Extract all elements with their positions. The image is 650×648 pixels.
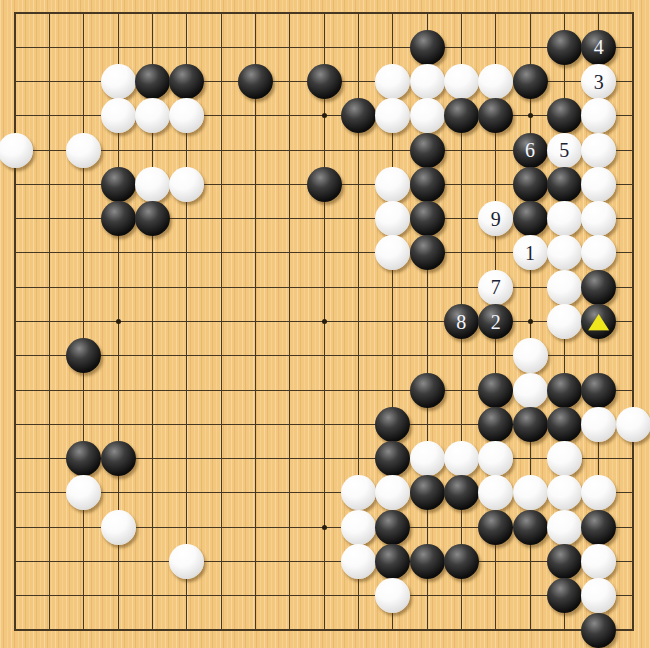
stone-R10 xyxy=(547,304,582,339)
move-number-label: 9 xyxy=(491,209,501,229)
stone-P6 xyxy=(478,441,513,476)
stone-N5 xyxy=(410,475,445,510)
stone-S7 xyxy=(581,407,616,442)
stone-Q13 xyxy=(513,201,548,236)
stone-O6 xyxy=(444,441,479,476)
stone-K17 xyxy=(307,64,342,99)
stone-O17 xyxy=(444,64,479,99)
stone-N12 xyxy=(410,235,445,270)
stone-P4 xyxy=(478,510,513,545)
stone-N3 xyxy=(410,544,445,579)
grid-line-horizontal xyxy=(14,595,634,596)
stone-R14 xyxy=(547,167,582,202)
stone-E16 xyxy=(135,98,170,133)
stone-O3 xyxy=(444,544,479,579)
stone-D4 xyxy=(101,510,136,545)
stone-R3 xyxy=(547,544,582,579)
stone-N18 xyxy=(410,30,445,65)
stone-F17 xyxy=(169,64,204,99)
stone-M17 xyxy=(375,64,410,99)
stone-P7 xyxy=(478,407,513,442)
stone-M3 xyxy=(375,544,410,579)
star-point xyxy=(528,319,533,324)
stone-R7 xyxy=(547,407,582,442)
stone-M12 xyxy=(375,235,410,270)
stone-D14 xyxy=(101,167,136,202)
star-point xyxy=(322,319,327,324)
stone-S10 xyxy=(581,304,616,339)
move-number-label: 2 xyxy=(491,312,501,332)
stone-L3 xyxy=(341,544,376,579)
stone-S8 xyxy=(581,373,616,408)
stone-N14 xyxy=(410,167,445,202)
stone-E14 xyxy=(135,167,170,202)
stone-N17 xyxy=(410,64,445,99)
stone-P16 xyxy=(478,98,513,133)
stone-O16 xyxy=(444,98,479,133)
stone-M14 xyxy=(375,167,410,202)
stone-D16 xyxy=(101,98,136,133)
stone-M4 xyxy=(375,510,410,545)
stone-E17 xyxy=(135,64,170,99)
stone-C9 xyxy=(66,338,101,373)
stone-R8 xyxy=(547,373,582,408)
stone-N16 xyxy=(410,98,445,133)
stone-R11 xyxy=(547,270,582,305)
stone-Q7 xyxy=(513,407,548,442)
stone-L5 xyxy=(341,475,376,510)
stone-Q4 xyxy=(513,510,548,545)
star-point xyxy=(322,113,327,118)
last-move-triangle-marker xyxy=(587,313,611,331)
stone-S15 xyxy=(581,133,616,168)
stone-O5 xyxy=(444,475,479,510)
move-number-label: 3 xyxy=(594,72,604,92)
stone-S1 xyxy=(581,613,616,648)
stone-E13 xyxy=(135,201,170,236)
stone-R16 xyxy=(547,98,582,133)
move-5-stone-R15: 5 xyxy=(547,133,582,168)
stone-R2 xyxy=(547,578,582,613)
grid-line-horizontal xyxy=(14,629,634,631)
stone-C15 xyxy=(66,133,101,168)
stone-S12 xyxy=(581,235,616,270)
stone-S16 xyxy=(581,98,616,133)
stone-N6 xyxy=(410,441,445,476)
stone-S13 xyxy=(581,201,616,236)
move-number-label: 5 xyxy=(559,140,569,160)
stone-Q5 xyxy=(513,475,548,510)
stone-Q17 xyxy=(513,64,548,99)
move-8-stone-O10: 8 xyxy=(444,304,479,339)
stone-S4 xyxy=(581,510,616,545)
move-9-stone-P13: 9 xyxy=(478,201,513,236)
stone-F14 xyxy=(169,167,204,202)
stone-C6 xyxy=(66,441,101,476)
stone-S5 xyxy=(581,475,616,510)
stone-R13 xyxy=(547,201,582,236)
move-4-stone-S18: 4 xyxy=(581,30,616,65)
move-number-label: 8 xyxy=(456,312,466,332)
stone-M13 xyxy=(375,201,410,236)
stone-M2 xyxy=(375,578,410,613)
stone-R6 xyxy=(547,441,582,476)
move-6-stone-Q15: 6 xyxy=(513,133,548,168)
stone-R4 xyxy=(547,510,582,545)
move-7-stone-P11: 7 xyxy=(478,270,513,305)
move-2-stone-P10: 2 xyxy=(478,304,513,339)
star-point xyxy=(116,319,121,324)
stone-S2 xyxy=(581,578,616,613)
stone-S14 xyxy=(581,167,616,202)
stone-Q8 xyxy=(513,373,548,408)
stone-C5 xyxy=(66,475,101,510)
move-number-label: 7 xyxy=(491,277,501,297)
stone-N13 xyxy=(410,201,445,236)
move-3-stone-S17: 3 xyxy=(581,64,616,99)
stone-L4 xyxy=(341,510,376,545)
stone-S3 xyxy=(581,544,616,579)
stone-M16 xyxy=(375,98,410,133)
stone-D17 xyxy=(101,64,136,99)
stone-F3 xyxy=(169,544,204,579)
grid-line-vertical xyxy=(632,12,634,631)
stone-P5 xyxy=(478,475,513,510)
stone-P17 xyxy=(478,64,513,99)
move-1-stone-Q12: 1 xyxy=(513,235,548,270)
stone-S11 xyxy=(581,270,616,305)
stone-R18 xyxy=(547,30,582,65)
stone-M7 xyxy=(375,407,410,442)
grid-line-horizontal xyxy=(14,561,634,562)
star-point xyxy=(322,525,327,530)
stone-H17 xyxy=(238,64,273,99)
move-number-label: 6 xyxy=(525,140,535,160)
stone-L16 xyxy=(341,98,376,133)
move-number-label: 1 xyxy=(525,243,535,263)
stone-K14 xyxy=(307,167,342,202)
stone-P8 xyxy=(478,373,513,408)
go-board[interactable]: 436591782 xyxy=(0,0,650,648)
stone-R12 xyxy=(547,235,582,270)
stone-T7 xyxy=(616,407,650,442)
stone-N15 xyxy=(410,133,445,168)
stone-A15 xyxy=(0,133,33,168)
stone-D13 xyxy=(101,201,136,236)
stone-M6 xyxy=(375,441,410,476)
stone-Q9 xyxy=(513,338,548,373)
stone-N8 xyxy=(410,373,445,408)
stone-M5 xyxy=(375,475,410,510)
stone-Q14 xyxy=(513,167,548,202)
star-point xyxy=(528,113,533,118)
stone-R5 xyxy=(547,475,582,510)
stone-F16 xyxy=(169,98,204,133)
move-number-label: 4 xyxy=(594,37,604,57)
stone-D6 xyxy=(101,441,136,476)
